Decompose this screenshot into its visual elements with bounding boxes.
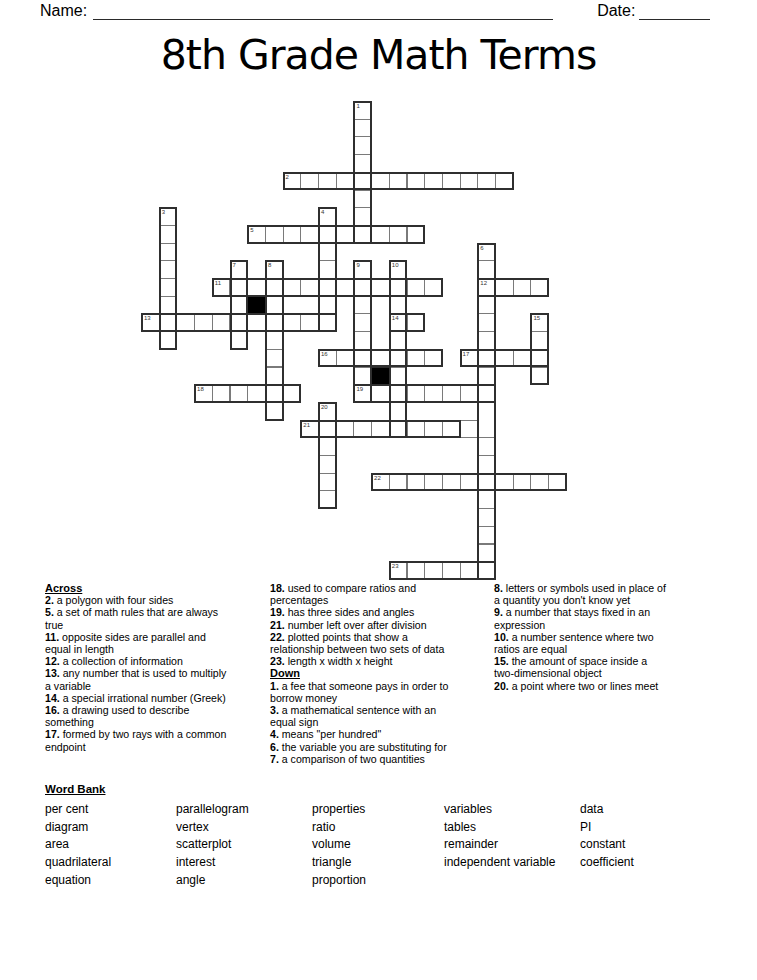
cell-r7c9[interactable] — [300, 225, 319, 244]
cell-r10c15[interactable] — [407, 278, 426, 297]
cell-r26c15[interactable] — [407, 561, 426, 580]
cell-r26c17[interactable] — [442, 561, 461, 580]
clue-number: 7. — [270, 753, 282, 765]
word-bank-item: interest — [176, 854, 312, 872]
cell-r16c18[interactable] — [460, 384, 479, 403]
cell-r16c8[interactable] — [283, 384, 302, 403]
cell-r16c17[interactable] — [442, 384, 461, 403]
clue-across-23: 23. length x width x height — [270, 655, 485, 667]
word-bank-item: scatterplot — [176, 836, 312, 854]
word-bank-item: vertex — [176, 819, 312, 837]
cell-number-11: 11 — [215, 280, 221, 286]
cell-r9c5[interactable]: 7 — [230, 260, 249, 279]
clue-across-18: 18. used to compare ratios and percentag… — [270, 582, 485, 606]
cell-r4c15[interactable] — [407, 172, 426, 191]
cell-number-5: 5 — [250, 227, 253, 233]
word-bank-item: parallelogram — [176, 801, 312, 819]
cell-r7c1[interactable] — [159, 225, 178, 244]
cell-r14c20[interactable] — [495, 349, 514, 368]
cell-r20c10[interactable] — [318, 455, 337, 474]
clue-number: 19. — [270, 606, 288, 618]
cell-r21c21[interactable] — [513, 473, 532, 492]
clue-text: the variable you are substituting for — [282, 741, 447, 753]
clue-text: number left over after division — [288, 619, 427, 631]
clue-column-3: 8. letters or symbols used in place of a… — [494, 582, 716, 692]
cell-r4c11[interactable] — [336, 172, 355, 191]
clue-down-15: 15. the amount of space inside a two-dim… — [494, 655, 716, 679]
cell-r12c4[interactable] — [212, 313, 231, 332]
clue-number: 18. — [270, 582, 288, 594]
word-bank-item: proportion — [312, 872, 444, 890]
cell-r16c13[interactable] — [371, 384, 390, 403]
cell-r23c19[interactable] — [477, 508, 496, 527]
clue-column-1: Across2. a polygon with four sides5. a s… — [45, 582, 267, 753]
cell-r10c13[interactable] — [371, 278, 390, 297]
cell-r17c7[interactable] — [265, 402, 284, 421]
cell-r7c15[interactable] — [407, 225, 426, 244]
clue-text: a number sentence where two ratios are e… — [494, 631, 654, 655]
cell-number-3: 3 — [162, 209, 165, 215]
word-bank-item: diagram — [45, 819, 176, 837]
cell-r18c15[interactable] — [407, 420, 426, 439]
cell-r16c15[interactable] — [407, 384, 426, 403]
name-date-header: Name: Date: — [40, 2, 720, 20]
cell-r21c22[interactable] — [530, 473, 549, 492]
cell-r10c4[interactable]: 11 — [212, 278, 231, 297]
cell-r5c12[interactable] — [353, 190, 372, 209]
cell-number-9: 9 — [356, 262, 359, 268]
cell-r21c18[interactable] — [460, 473, 479, 492]
cell-r11c1[interactable] — [159, 296, 178, 315]
down-header: Down — [270, 667, 485, 679]
cell-r9c19[interactable] — [477, 260, 496, 279]
cell-r12c5[interactable] — [230, 313, 249, 332]
clue-number: 6. — [270, 741, 282, 753]
cell-number-15: 15 — [533, 315, 540, 321]
clue-across-17: 17. formed by two rays with a common end… — [45, 728, 267, 752]
cell-r12c10[interactable] — [318, 313, 337, 332]
clue-down-8: 8. letters or symbols used in place of a… — [494, 582, 716, 606]
cell-r4c17[interactable] — [442, 172, 461, 191]
clue-number: 21. — [270, 619, 288, 631]
cell-r18c9[interactable]: 21 — [300, 420, 319, 439]
cell-r18c13[interactable] — [371, 420, 390, 439]
clue-text: a polygon with four sides — [57, 594, 174, 606]
cell-r16c4[interactable] — [212, 384, 231, 403]
cell-r26c16[interactable] — [424, 561, 443, 580]
cell-r4c8[interactable]: 2 — [283, 172, 302, 191]
cell-r14c13[interactable] — [371, 349, 390, 368]
clue-number: 8. — [494, 582, 506, 594]
clue-number: 9. — [494, 606, 506, 618]
cell-r8c10[interactable] — [318, 243, 337, 262]
clue-text: a collection of information — [63, 655, 183, 667]
cell-r14c15[interactable] — [407, 349, 426, 368]
cell-r14c12[interactable] — [353, 349, 372, 368]
cell-r20c19[interactable] — [477, 455, 496, 474]
word-bank-header: Word Bank — [45, 783, 106, 795]
cell-r10c12[interactable] — [353, 278, 372, 297]
cell-r17c10[interactable]: 20 — [318, 402, 337, 421]
cell-r8c19[interactable]: 6 — [477, 243, 496, 262]
word-bank-item: quadrilateral — [45, 854, 176, 872]
cell-number-21: 21 — [303, 422, 310, 428]
cell-number-18: 18 — [197, 386, 204, 392]
word-bank-item: coefficient — [580, 854, 710, 872]
cell-r6c12[interactable] — [353, 207, 372, 226]
cell-r7c8[interactable] — [283, 225, 302, 244]
clue-across-5: 5. a set of math rules that are always t… — [45, 606, 267, 630]
cell-r11c5[interactable] — [230, 296, 249, 315]
cell-r0c12[interactable]: 1 — [353, 101, 372, 120]
cell-r18c12[interactable] — [353, 420, 372, 439]
cell-r14c14[interactable] — [389, 349, 408, 368]
clue-text: a mathematical sentence with an equal si… — [270, 704, 436, 728]
cell-number-7: 7 — [233, 262, 236, 268]
cell-r19c10[interactable] — [318, 437, 337, 456]
cell-r9c12[interactable]: 9 — [353, 260, 372, 279]
cell-r16c6[interactable] — [247, 384, 266, 403]
clue-number: 15. — [494, 655, 512, 667]
clue-across-21: 21. number left over after division — [270, 619, 485, 631]
clue-text: formed by two rays with a common endpoin… — [45, 728, 226, 752]
word-bank-item: properties — [312, 801, 444, 819]
cell-r16c19[interactable] — [477, 384, 496, 403]
word-bank-item: volume — [312, 836, 444, 854]
clue-column-2: 18. used to compare ratios and percentag… — [270, 582, 485, 765]
clue-down-20: 20. a point where two or lines meet — [494, 680, 716, 692]
cell-r15c19[interactable] — [477, 367, 496, 386]
cell-r12c6[interactable] — [247, 313, 266, 332]
cell-number-12: 12 — [480, 280, 487, 286]
clue-across-19: 19. has three sides and angles — [270, 606, 485, 618]
cell-r13c5[interactable] — [230, 331, 249, 350]
cell-r26c18[interactable] — [460, 561, 479, 580]
cell-r21c13[interactable]: 22 — [371, 473, 390, 492]
cell-number-10: 10 — [392, 262, 399, 268]
cell-r4c18[interactable] — [460, 172, 479, 191]
cell-number-22: 22 — [374, 475, 381, 481]
clue-number: 5. — [45, 606, 57, 618]
cell-r4c16[interactable] — [424, 172, 443, 191]
word-bank-item: equation — [45, 872, 176, 890]
cell-r22c19[interactable] — [477, 490, 496, 509]
cell-r10c9[interactable] — [300, 278, 319, 297]
cell-r7c13[interactable] — [371, 225, 390, 244]
cell-r7c7[interactable] — [265, 225, 284, 244]
clue-across-2: 2. a polygon with four sides — [45, 594, 267, 606]
clue-text: length x width x height — [288, 655, 393, 667]
cell-number-19: 19 — [356, 386, 363, 392]
clue-number: 12. — [45, 655, 63, 667]
cell-r14c7[interactable] — [265, 349, 284, 368]
word-bank-item: triangle — [312, 854, 444, 872]
word-bank-item: area — [45, 836, 176, 854]
word-bank-item: variables — [444, 801, 580, 819]
word-bank-item: ratio — [312, 819, 444, 837]
clue-across-16: 16. a drawing used to describe something — [45, 704, 267, 728]
clue-text: a drawing used to describe something — [45, 704, 189, 728]
cell-r21c16[interactable] — [424, 473, 443, 492]
clue-number: 3. — [270, 704, 282, 716]
name-line[interactable] — [93, 2, 553, 20]
cell-r4c14[interactable] — [389, 172, 408, 191]
cell-number-23: 23 — [392, 563, 399, 569]
cell-r10c19[interactable]: 12 — [477, 278, 496, 297]
cell-r14c10[interactable]: 16 — [318, 349, 337, 368]
clue-text: has three sides and angles — [288, 606, 415, 618]
cell-r9c10[interactable] — [318, 260, 337, 279]
cell-r10c14[interactable] — [389, 278, 408, 297]
cell-r4c13[interactable] — [371, 172, 390, 191]
cell-r21c15[interactable] — [407, 473, 426, 492]
cell-r17c14[interactable] — [389, 402, 408, 421]
cell-r18c14[interactable] — [389, 420, 408, 439]
cell-r16c14[interactable] — [389, 384, 408, 403]
cell-r10c5[interactable] — [230, 278, 249, 297]
clue-down-10: 10. a number sentence where two ratios a… — [494, 631, 716, 655]
word-bank: per centparallelogrampropertiesvariables… — [45, 801, 710, 890]
cell-r11c19[interactable] — [477, 296, 496, 315]
cell-r10c21[interactable] — [513, 278, 532, 297]
cell-r12c15[interactable] — [407, 313, 426, 332]
cell-r1c12[interactable] — [353, 119, 372, 138]
cell-r24c19[interactable] — [477, 526, 496, 545]
clue-text: a fee that someone pays in order to borr… — [270, 680, 448, 704]
cell-r4c19[interactable] — [477, 172, 496, 191]
cell-r10c1[interactable] — [159, 278, 178, 297]
cell-r10c16[interactable] — [424, 278, 443, 297]
cell-r21c19[interactable] — [477, 473, 496, 492]
black-cell-r11c6 — [247, 296, 266, 315]
cell-r10c6[interactable] — [247, 278, 266, 297]
clue-number: 4. — [270, 728, 282, 740]
clue-number: 10. — [494, 631, 512, 643]
cell-r19c19[interactable] — [477, 437, 496, 456]
cell-r16c16[interactable] — [424, 384, 443, 403]
cell-number-16: 16 — [321, 351, 328, 357]
clue-down-3: 3. a mathematical sentence with an equal… — [270, 704, 485, 728]
word-bank-item: per cent — [45, 801, 176, 819]
clue-number: 22. — [270, 631, 288, 643]
cell-r6c10[interactable]: 4 — [318, 207, 337, 226]
cell-r12c0[interactable]: 13 — [141, 313, 160, 332]
word-bank-item: tables — [444, 819, 580, 837]
cell-r26c19[interactable] — [477, 561, 496, 580]
black-cell-r15c13 — [371, 367, 390, 386]
clue-number: 17. — [45, 728, 63, 740]
cell-r7c12[interactable] — [353, 225, 372, 244]
across-header: Across — [45, 582, 267, 594]
word-bank-item: constant — [580, 836, 710, 854]
clue-number: 20. — [494, 680, 512, 692]
cell-r4c12[interactable] — [353, 172, 372, 191]
clue-across-12: 12. a collection of information — [45, 655, 267, 667]
cell-r9c7[interactable]: 8 — [265, 260, 284, 279]
cell-r15c7[interactable] — [265, 367, 284, 386]
cell-r16c5[interactable] — [230, 384, 249, 403]
cell-r4c9[interactable] — [300, 172, 319, 191]
cell-r15c22[interactable] — [530, 367, 549, 386]
clue-text: means "per hundred" — [282, 728, 381, 740]
cell-r12c22[interactable]: 15 — [530, 313, 549, 332]
word-bank-item: remainder — [444, 836, 580, 854]
clue-down-6: 6. the variable you are substituting for — [270, 741, 485, 753]
clue-text: used to compare ratios and percentages — [270, 582, 416, 606]
cell-r21c20[interactable] — [495, 473, 514, 492]
cell-r6c1[interactable]: 3 — [159, 207, 178, 226]
cell-number-1: 1 — [356, 103, 359, 109]
cell-r14c11[interactable] — [336, 349, 355, 368]
cell-r13c19[interactable] — [477, 331, 496, 350]
cell-r4c10[interactable] — [318, 172, 337, 191]
cell-r12c7[interactable] — [265, 313, 284, 332]
cell-r26c14[interactable]: 23 — [389, 561, 408, 580]
clue-text: the amount of space inside a two-dimensi… — [494, 655, 647, 679]
clue-number: 16. — [45, 704, 63, 716]
cell-r14c22[interactable] — [530, 349, 549, 368]
page-title: 8th Grade Math Terms — [0, 31, 757, 79]
cell-number-14: 14 — [392, 315, 399, 321]
cell-r16c7[interactable] — [265, 384, 284, 403]
cell-r7c6[interactable]: 5 — [247, 225, 266, 244]
cell-r18c11[interactable] — [336, 420, 355, 439]
cell-r10c11[interactable] — [336, 278, 355, 297]
clue-text: opposite sides are parallel and equal in… — [45, 631, 206, 655]
cell-r12c14[interactable]: 14 — [389, 313, 408, 332]
clue-down-9: 9. a number that stays fixed in an expre… — [494, 606, 716, 630]
clue-text: a point where two or lines meet — [512, 680, 659, 692]
crossword-grid: 1234567891011121314151617181920212223 — [141, 101, 567, 580]
cell-r12c9[interactable] — [300, 313, 319, 332]
cell-r15c14[interactable] — [389, 367, 408, 386]
cell-number-17: 17 — [463, 351, 470, 357]
cell-r21c23[interactable] — [548, 473, 567, 492]
cell-r14c21[interactable] — [513, 349, 532, 368]
clue-across-11: 11. opposite sides are parallel and equa… — [45, 631, 267, 655]
cell-number-4: 4 — [321, 209, 324, 215]
clue-text: a set of math rules that are always true — [45, 606, 218, 630]
cell-r14c16[interactable] — [424, 349, 443, 368]
cell-r11c7[interactable] — [265, 296, 284, 315]
cell-r12c1[interactable] — [159, 313, 178, 332]
clue-text: letters or symbols used in place of a qu… — [494, 582, 666, 606]
cell-r4c20[interactable] — [495, 172, 514, 191]
cell-r13c22[interactable] — [530, 331, 549, 350]
cell-number-6: 6 — [480, 245, 483, 251]
cell-r12c19[interactable] — [477, 313, 496, 332]
cell-number-8: 8 — [268, 262, 271, 268]
cell-r8c1[interactable] — [159, 243, 178, 262]
cell-r11c10[interactable] — [318, 296, 337, 315]
cell-r10c10[interactable] — [318, 278, 337, 297]
cell-r22c10[interactable] — [318, 490, 337, 509]
clue-across-14: 14. a special irrational number (Greek) — [45, 692, 267, 704]
cell-r13c12[interactable] — [353, 331, 372, 350]
cell-number-2: 2 — [286, 174, 289, 180]
cell-r21c14[interactable] — [389, 473, 408, 492]
cell-r18c17[interactable] — [442, 420, 461, 439]
cell-r11c14[interactable] — [389, 296, 408, 315]
clue-across-13: 13. any number that is used to multiply … — [45, 667, 267, 691]
clue-text: a comparison of two quantities — [282, 753, 425, 765]
cell-r25c19[interactable] — [477, 544, 496, 563]
word-bank-item: angle — [176, 872, 312, 890]
cell-r18c16[interactable] — [424, 420, 443, 439]
cell-r9c14[interactable]: 10 — [389, 260, 408, 279]
clue-number: 13. — [45, 667, 63, 679]
cell-r2c12[interactable] — [353, 136, 372, 155]
cell-r3c12[interactable] — [353, 154, 372, 173]
clue-down-1: 1. a fee that someone pays in order to b… — [270, 680, 485, 704]
cell-r15c12[interactable] — [353, 367, 372, 386]
cell-r10c20[interactable] — [495, 278, 514, 297]
cell-r16c12[interactable]: 19 — [353, 384, 372, 403]
date-line[interactable] — [639, 2, 710, 20]
word-bank-item: independent variable — [444, 854, 580, 872]
cell-r10c22[interactable] — [530, 278, 549, 297]
cell-r11c12[interactable] — [353, 296, 372, 315]
word-bank-item: PI — [580, 819, 710, 837]
clue-number: 11. — [45, 631, 62, 643]
cell-r21c10[interactable] — [318, 473, 337, 492]
clue-text: any number that is used to multiply a va… — [45, 667, 226, 691]
cell-r14c19[interactable] — [477, 349, 496, 368]
cell-r12c2[interactable] — [176, 313, 195, 332]
cell-number-13: 13 — [144, 315, 151, 321]
clue-down-7: 7. a comparison of two quantities — [270, 753, 485, 765]
cell-r12c3[interactable] — [194, 313, 213, 332]
cell-r12c12[interactable] — [353, 313, 372, 332]
clue-number: 1. — [270, 680, 282, 692]
cell-r18c10[interactable] — [318, 420, 337, 439]
cell-r9c1[interactable] — [159, 260, 178, 279]
cell-r13c1[interactable] — [159, 331, 178, 350]
cell-r12c8[interactable] — [283, 313, 302, 332]
cell-r10c8[interactable] — [283, 278, 302, 297]
clue-down-4: 4. means "per hundred" — [270, 728, 485, 740]
cell-r16c3[interactable]: 18 — [194, 384, 213, 403]
clue-number: 2. — [45, 594, 57, 606]
clue-across-22: 22. plotted points that show a relations… — [270, 631, 485, 655]
word-bank-item: data — [580, 801, 710, 819]
clue-text: a number that stays fixed in an expressi… — [494, 606, 650, 630]
cell-r7c14[interactable] — [389, 225, 408, 244]
name-label: Name: — [40, 2, 87, 20]
date-label: Date: — [597, 2, 635, 20]
cell-r13c7[interactable] — [265, 331, 284, 350]
cell-r21c17[interactable] — [442, 473, 461, 492]
cell-r7c10[interactable] — [318, 225, 337, 244]
cell-r10c7[interactable] — [265, 278, 284, 297]
cell-number-20: 20 — [321, 404, 328, 410]
cell-r7c11[interactable] — [336, 225, 355, 244]
clue-text: plotted points that show a relationship … — [270, 631, 444, 655]
cell-r13c14[interactable] — [389, 331, 408, 350]
cell-r14c18[interactable]: 17 — [460, 349, 479, 368]
clue-text: a special irrational number (Greek) — [63, 692, 226, 704]
clue-number: 14. — [45, 692, 63, 704]
clue-number: 23. — [270, 655, 288, 667]
cell-r18c18[interactable] — [460, 420, 479, 439]
